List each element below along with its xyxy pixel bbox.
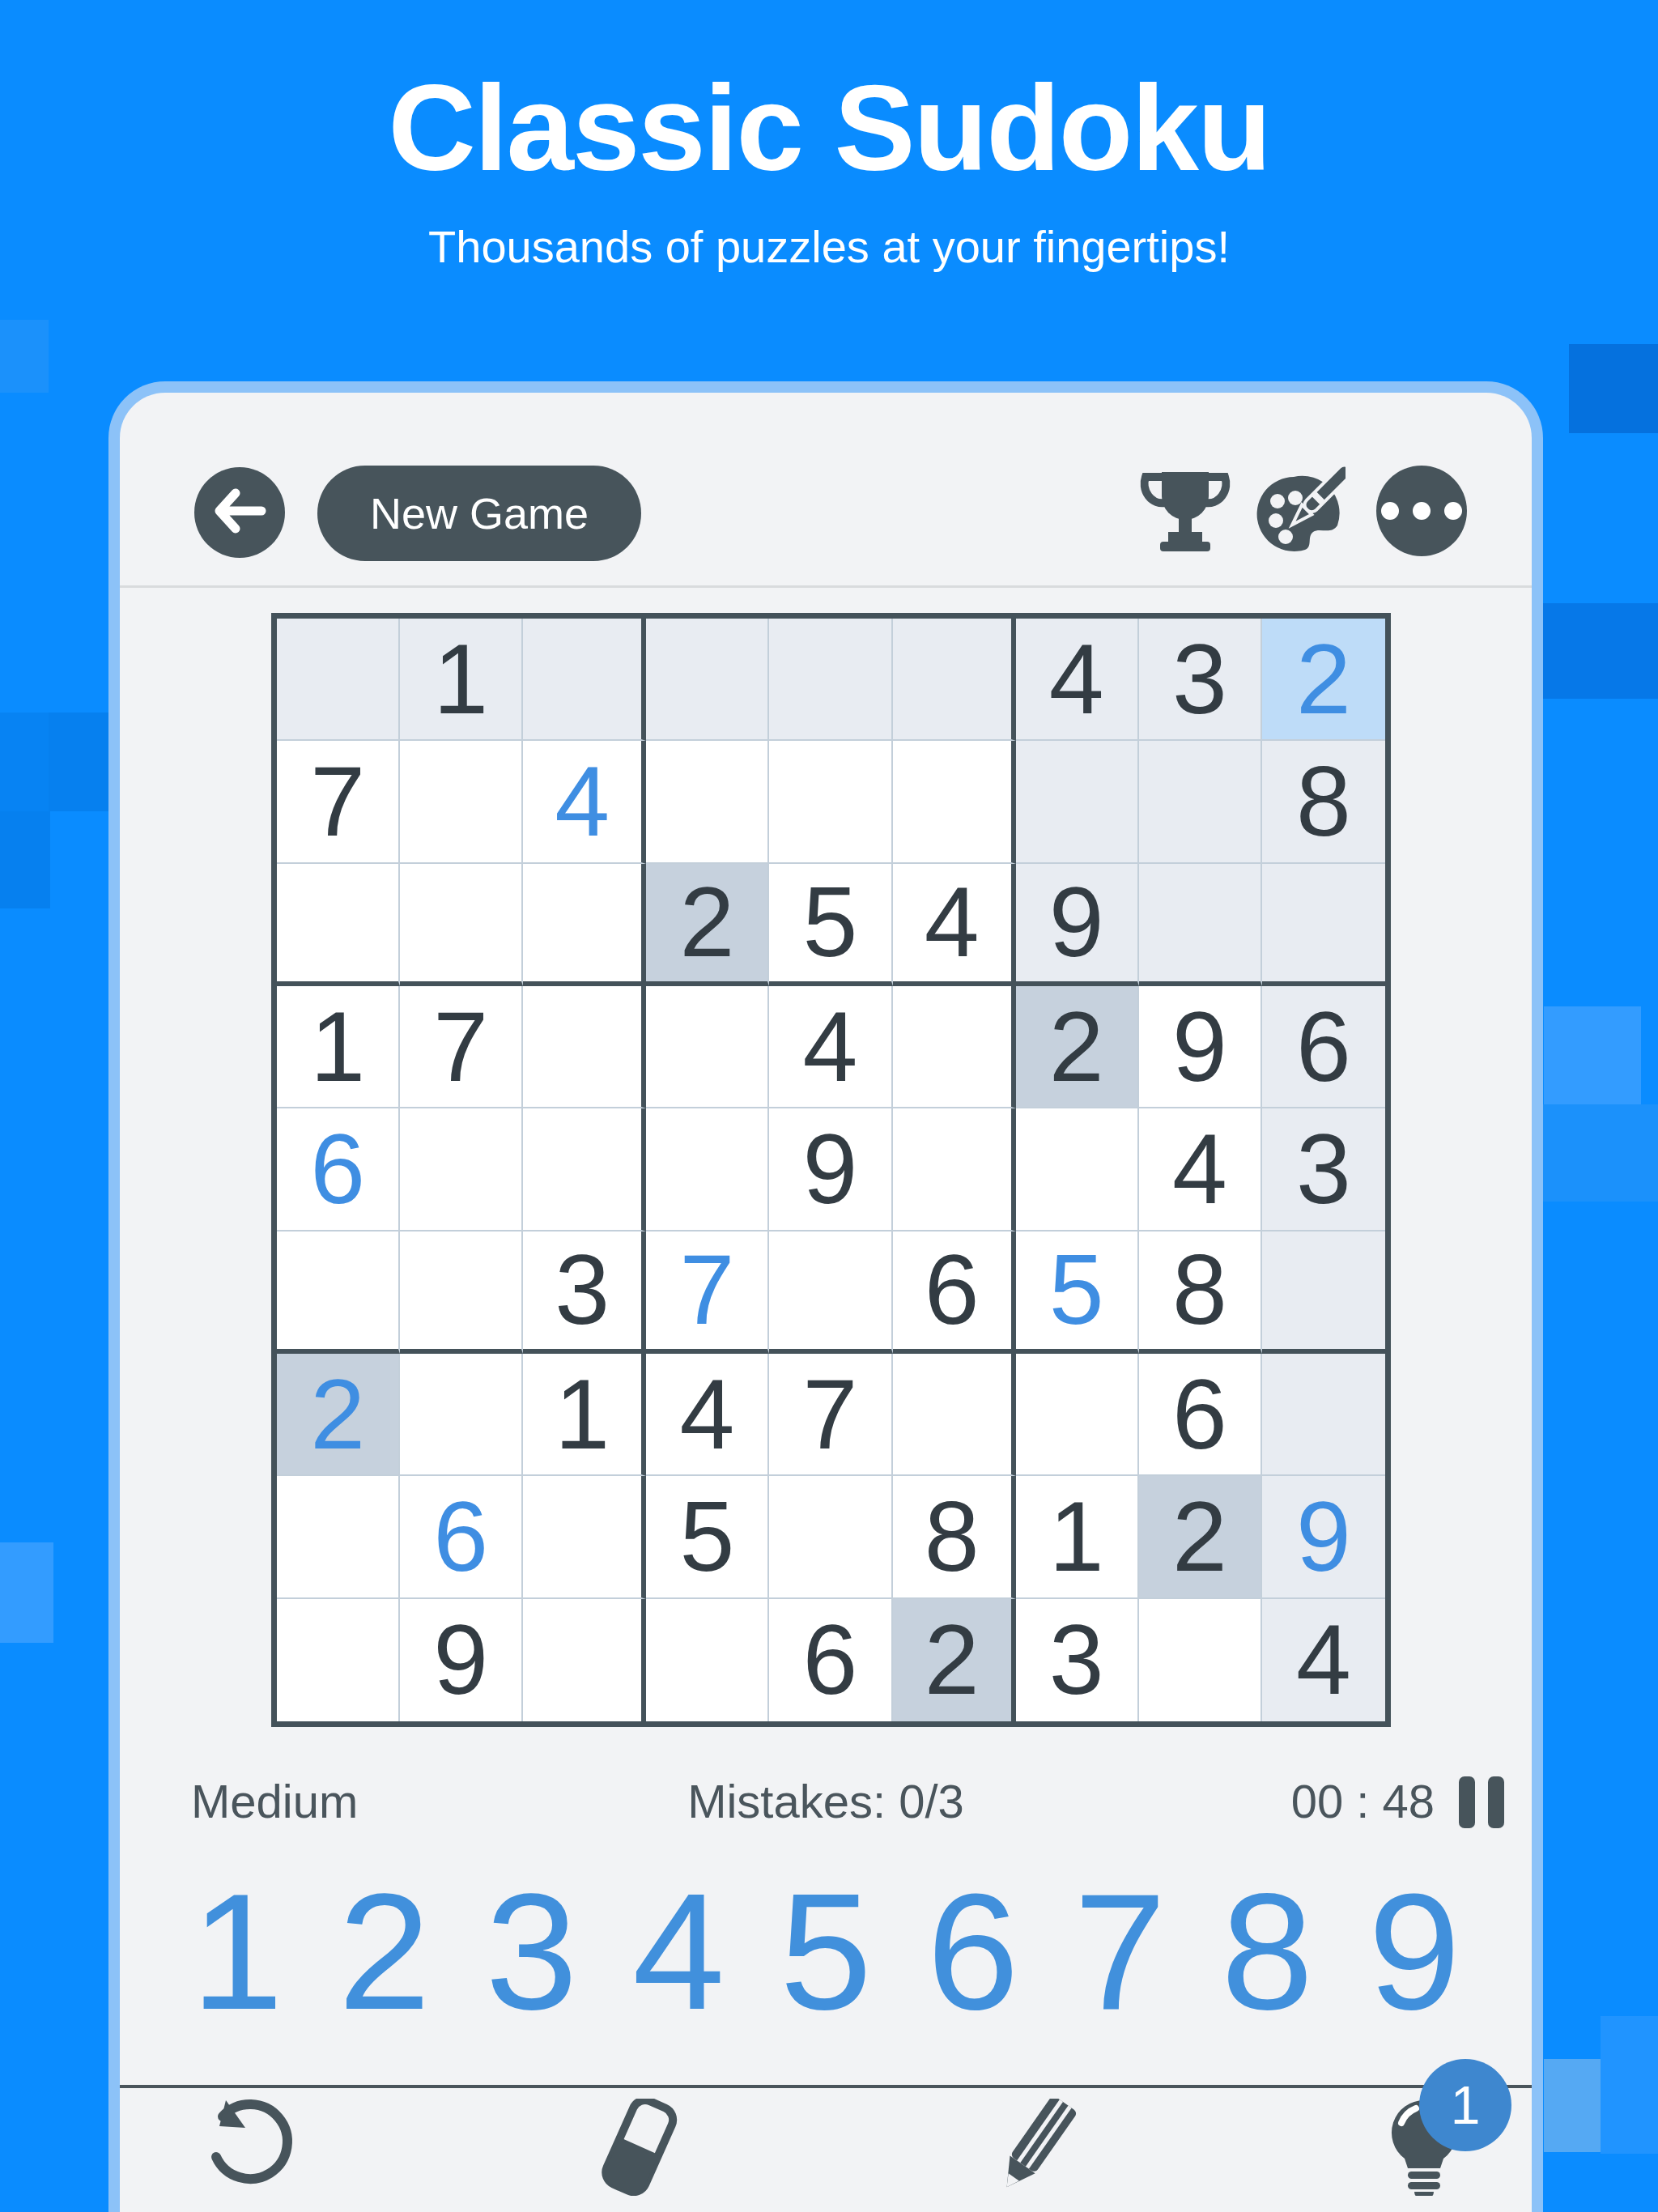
cell-r9c8[interactable] — [1139, 1599, 1262, 1721]
cell-r1c5[interactable] — [769, 619, 892, 741]
cell-r1c7[interactable]: 4 — [1016, 619, 1139, 741]
cell-r3c6[interactable]: 4 — [893, 864, 1016, 986]
cell-r6c5[interactable] — [769, 1231, 892, 1354]
cell-r5c8[interactable]: 4 — [1139, 1108, 1262, 1231]
cell-r2c6[interactable] — [893, 741, 1016, 863]
cell-r9c9[interactable]: 4 — [1262, 1599, 1385, 1721]
cell-r1c1[interactable] — [277, 619, 400, 741]
cell-r2c7[interactable] — [1016, 741, 1139, 863]
cell-r6c7[interactable]: 5 — [1016, 1231, 1139, 1354]
undo-icon — [195, 2184, 296, 2198]
game-card: New Game — [120, 393, 1532, 2212]
hint-count-badge[interactable]: 1 — [1419, 2059, 1511, 2151]
cell-r2c5[interactable] — [769, 741, 892, 863]
cell-r8c6[interactable]: 8 — [893, 1476, 1016, 1598]
cell-r1c9[interactable]: 2 — [1262, 619, 1385, 741]
cell-r9c6[interactable]: 2 — [893, 1599, 1016, 1721]
cell-r8c1[interactable] — [277, 1476, 400, 1598]
numberpad-3[interactable]: 3 — [485, 1876, 577, 2026]
mosaic-tile — [1533, 603, 1658, 699]
status-bar: Medium Mistakes: 0/3 00 : 48 — [120, 1769, 1532, 1834]
numberpad-6[interactable]: 6 — [927, 1876, 1019, 2026]
cell-r7c2[interactable] — [400, 1354, 523, 1476]
cell-r4c9[interactable]: 6 — [1262, 986, 1385, 1108]
cell-r3c9[interactable] — [1262, 864, 1385, 986]
lightbulb-icon — [1385, 2184, 1463, 2198]
cell-r4c8[interactable]: 9 — [1139, 986, 1262, 1108]
numberpad-8[interactable]: 8 — [1221, 1876, 1313, 2026]
cell-r7c5[interactable]: 7 — [769, 1354, 892, 1476]
cell-r3c2[interactable] — [400, 864, 523, 986]
back-button[interactable] — [194, 467, 285, 558]
palette-button[interactable] — [1253, 466, 1346, 556]
cell-r7c7[interactable] — [1016, 1354, 1139, 1476]
cell-r2c8[interactable] — [1139, 741, 1262, 863]
cell-r1c2[interactable]: 1 — [400, 619, 523, 741]
cell-r6c4[interactable]: 7 — [646, 1231, 769, 1354]
cell-r4c7[interactable]: 2 — [1016, 986, 1139, 1108]
more-options-button[interactable] — [1376, 466, 1467, 556]
cell-r7c4[interactable]: 4 — [646, 1354, 769, 1476]
mosaic-tile — [0, 320, 49, 393]
mosaic-tile — [1601, 2016, 1658, 2154]
cell-r7c6[interactable] — [893, 1354, 1016, 1476]
cell-r4c2[interactable]: 7 — [400, 986, 523, 1108]
cell-r3c5[interactable]: 5 — [769, 864, 892, 986]
cell-r8c2[interactable]: 6 — [400, 1476, 523, 1598]
cell-r6c1[interactable] — [277, 1231, 400, 1354]
cell-r8c9[interactable]: 9 — [1262, 1476, 1385, 1598]
sudoku-board: 1432748254917429669433765821476658129962… — [271, 613, 1391, 1727]
cell-r9c4[interactable] — [646, 1599, 769, 1721]
cell-r2c3[interactable]: 4 — [523, 741, 646, 863]
trophy-icon — [1137, 545, 1233, 559]
mosaic-tile — [1533, 1104, 1658, 1202]
cell-r3c3[interactable] — [523, 864, 646, 986]
cell-r4c4[interactable] — [646, 986, 769, 1108]
cell-r7c3[interactable]: 1 — [523, 1354, 646, 1476]
cell-r3c7[interactable]: 9 — [1016, 864, 1139, 986]
more-ellipsis-icon — [1381, 502, 1462, 520]
cell-r6c8[interactable]: 8 — [1139, 1231, 1262, 1354]
trophy-button[interactable] — [1137, 466, 1233, 556]
cell-r7c8[interactable]: 6 — [1139, 1354, 1262, 1476]
sudoku-app-screen: { "app": { "title": "Classic Sudoku", "s… — [0, 0, 1658, 2212]
cell-r5c4[interactable] — [646, 1108, 769, 1231]
cell-r4c1[interactable]: 1 — [277, 986, 400, 1108]
palette-icon — [1253, 545, 1346, 559]
cell-r6c9[interactable] — [1262, 1231, 1385, 1354]
cell-r5c1[interactable]: 6 — [277, 1108, 400, 1231]
cell-r9c7[interactable]: 3 — [1016, 1599, 1139, 1721]
hint-count: 1 — [1451, 2074, 1481, 2136]
cell-r2c2[interactable] — [400, 741, 523, 863]
pause-button[interactable] — [1459, 1775, 1504, 1828]
cell-r6c2[interactable] — [400, 1231, 523, 1354]
cell-r2c1[interactable]: 7 — [277, 741, 400, 863]
cell-r9c3[interactable] — [523, 1599, 646, 1721]
pause-icon — [1459, 1776, 1475, 1828]
cell-r6c6[interactable]: 6 — [893, 1231, 1016, 1354]
mosaic-tile — [1544, 2059, 1601, 2152]
header-divider — [120, 585, 1532, 588]
cell-r5c7[interactable] — [1016, 1108, 1139, 1231]
cell-r9c5[interactable]: 6 — [769, 1599, 892, 1721]
cell-r2c4[interactable] — [646, 741, 769, 863]
mosaic-tile — [1544, 1006, 1641, 1104]
numberpad-1[interactable]: 1 — [191, 1876, 283, 2026]
back-arrow-icon — [213, 488, 266, 537]
cell-r1c3[interactable] — [523, 619, 646, 741]
undo-button[interactable] — [195, 2099, 296, 2199]
pause-icon — [1488, 1776, 1504, 1828]
numberpad-9[interactable]: 9 — [1368, 1876, 1460, 2026]
cell-r6c3[interactable]: 3 — [523, 1231, 646, 1354]
cell-r9c2[interactable]: 9 — [400, 1599, 523, 1721]
timer-label: 00 : 48 — [1291, 1774, 1435, 1828]
new-game-button[interactable]: New Game — [317, 466, 641, 561]
cell-r8c5[interactable] — [769, 1476, 892, 1598]
cell-r4c5[interactable]: 4 — [769, 986, 892, 1108]
cell-r1c4[interactable] — [646, 619, 769, 741]
cell-r5c9[interactable]: 3 — [1262, 1108, 1385, 1231]
number-pad: 123456789 — [120, 1876, 1532, 2026]
cell-r7c9[interactable] — [1262, 1354, 1385, 1476]
cell-r3c1[interactable] — [277, 864, 400, 986]
cell-r5c5[interactable]: 9 — [769, 1108, 892, 1231]
cell-r4c6[interactable] — [893, 986, 1016, 1108]
cell-r8c7[interactable]: 1 — [1016, 1476, 1139, 1598]
cell-r8c3[interactable] — [523, 1476, 646, 1598]
cell-r9c1[interactable] — [277, 1599, 400, 1721]
numberpad-2[interactable]: 2 — [338, 1876, 431, 2026]
cell-r5c2[interactable] — [400, 1108, 523, 1231]
mosaic-tile — [0, 811, 50, 908]
eraser-icon — [578, 2184, 698, 2198]
cell-r2c9[interactable]: 8 — [1262, 741, 1385, 863]
pencil-button[interactable] — [981, 2099, 1088, 2199]
numberpad-4[interactable]: 4 — [632, 1876, 725, 2026]
eraser-button[interactable] — [578, 2099, 698, 2199]
mosaic-tile — [1569, 344, 1658, 433]
cell-r8c4[interactable]: 5 — [646, 1476, 769, 1598]
mosaic-tile — [0, 1542, 53, 1643]
mosaic-tile — [49, 713, 121, 811]
page-subtitle: Thousands of puzzles at your fingertips! — [0, 220, 1658, 273]
cell-r7c1[interactable]: 2 — [277, 1354, 400, 1476]
cell-r5c3[interactable] — [523, 1108, 646, 1231]
toolbar-divider — [120, 2085, 1532, 2088]
new-game-label: New Game — [370, 488, 589, 538]
numberpad-7[interactable]: 7 — [1073, 1876, 1166, 2026]
cell-r4c3[interactable] — [523, 986, 646, 1108]
cell-r3c8[interactable] — [1139, 864, 1262, 986]
cell-r1c8[interactable]: 3 — [1139, 619, 1262, 741]
page-title: Classic Sudoku — [0, 58, 1658, 198]
pencil-icon — [981, 2184, 1088, 2198]
numberpad-5[interactable]: 5 — [780, 1876, 872, 2026]
cell-r1c6[interactable] — [893, 619, 1016, 741]
cell-r3c4[interactable]: 2 — [646, 864, 769, 986]
cell-r8c8[interactable]: 2 — [1139, 1476, 1262, 1598]
cell-r5c6[interactable] — [893, 1108, 1016, 1231]
